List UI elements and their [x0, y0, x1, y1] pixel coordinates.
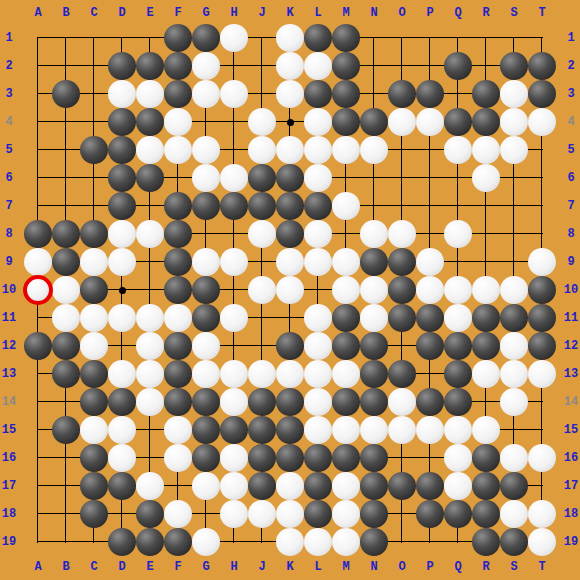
intersection-T19[interactable]: ○: [528, 528, 556, 556]
intersection-E12[interactable]: ○: [136, 332, 164, 360]
intersection-S4[interactable]: ○: [500, 108, 528, 136]
intersection-J14[interactable]: ●: [248, 388, 276, 416]
intersection-H11[interactable]: ○: [220, 304, 248, 332]
intersection-N5[interactable]: ○: [360, 136, 388, 164]
intersection-R6[interactable]: ○: [472, 164, 500, 192]
intersection-J12[interactable]: [248, 332, 276, 360]
intersection-J19[interactable]: [248, 528, 276, 556]
intersection-L15[interactable]: ○: [304, 416, 332, 444]
intersection-M2[interactable]: ●: [332, 52, 360, 80]
intersection-K16[interactable]: ●: [276, 444, 304, 472]
intersection-H1[interactable]: ○: [220, 24, 248, 52]
intersection-A9[interactable]: ○: [24, 248, 52, 276]
intersection-J5[interactable]: ○: [248, 136, 276, 164]
intersection-Q8[interactable]: ○: [444, 220, 472, 248]
intersection-A1[interactable]: [24, 24, 52, 52]
intersection-E19[interactable]: ●: [136, 528, 164, 556]
intersection-H16[interactable]: ○: [220, 444, 248, 472]
intersection-O14[interactable]: ○: [388, 388, 416, 416]
intersection-J13[interactable]: ○: [248, 360, 276, 388]
intersection-D2[interactable]: ●: [108, 52, 136, 80]
intersection-C8[interactable]: ●: [80, 220, 108, 248]
intersection-K9[interactable]: ○: [276, 248, 304, 276]
intersection-D10[interactable]: [108, 276, 136, 304]
intersection-Q12[interactable]: ●: [444, 332, 472, 360]
intersection-R17[interactable]: ●: [472, 472, 500, 500]
intersection-M5[interactable]: ○: [332, 136, 360, 164]
intersection-H2[interactable]: [220, 52, 248, 80]
intersection-S13[interactable]: ○: [500, 360, 528, 388]
intersection-T13[interactable]: ○: [528, 360, 556, 388]
intersection-P1[interactable]: [416, 24, 444, 52]
intersection-E14[interactable]: ○: [136, 388, 164, 416]
intersection-C15[interactable]: ○: [80, 416, 108, 444]
intersection-R2[interactable]: [472, 52, 500, 80]
intersection-Q19[interactable]: [444, 528, 472, 556]
intersection-A17[interactable]: [24, 472, 52, 500]
intersection-F1[interactable]: ●: [164, 24, 192, 52]
intersection-H10[interactable]: [220, 276, 248, 304]
intersection-E15[interactable]: [136, 416, 164, 444]
intersection-J17[interactable]: ●: [248, 472, 276, 500]
intersection-O15[interactable]: ○: [388, 416, 416, 444]
intersection-O7[interactable]: [388, 192, 416, 220]
intersection-D6[interactable]: ●: [108, 164, 136, 192]
intersection-M14[interactable]: ●: [332, 388, 360, 416]
intersection-C3[interactable]: [80, 80, 108, 108]
intersection-B19[interactable]: [52, 528, 80, 556]
intersection-O12[interactable]: [388, 332, 416, 360]
intersection-Q16[interactable]: ○: [444, 444, 472, 472]
intersection-G18[interactable]: [192, 500, 220, 528]
intersection-F17[interactable]: [164, 472, 192, 500]
intersection-P12[interactable]: ●: [416, 332, 444, 360]
intersection-P10[interactable]: ○: [416, 276, 444, 304]
intersection-H9[interactable]: ○: [220, 248, 248, 276]
intersection-J16[interactable]: ●: [248, 444, 276, 472]
intersection-A2[interactable]: [24, 52, 52, 80]
intersection-C14[interactable]: ●: [80, 388, 108, 416]
intersection-J2[interactable]: [248, 52, 276, 80]
intersection-Q15[interactable]: ○: [444, 416, 472, 444]
intersection-E9[interactable]: [136, 248, 164, 276]
intersection-L16[interactable]: ●: [304, 444, 332, 472]
intersection-E3[interactable]: ○: [136, 80, 164, 108]
intersection-H19[interactable]: [220, 528, 248, 556]
intersection-P2[interactable]: [416, 52, 444, 80]
intersection-D7[interactable]: ●: [108, 192, 136, 220]
intersection-J4[interactable]: ○: [248, 108, 276, 136]
intersection-E8[interactable]: ○: [136, 220, 164, 248]
intersection-B14[interactable]: [52, 388, 80, 416]
intersection-A7[interactable]: [24, 192, 52, 220]
intersection-G11[interactable]: ●: [192, 304, 220, 332]
intersection-Q3[interactable]: [444, 80, 472, 108]
intersection-D15[interactable]: ○: [108, 416, 136, 444]
intersection-S12[interactable]: ○: [500, 332, 528, 360]
intersection-O11[interactable]: ●: [388, 304, 416, 332]
intersection-L4[interactable]: ○: [304, 108, 332, 136]
intersection-N15[interactable]: ○: [360, 416, 388, 444]
intersection-P9[interactable]: ○: [416, 248, 444, 276]
intersection-T12[interactable]: ●: [528, 332, 556, 360]
intersection-A18[interactable]: [24, 500, 52, 528]
intersection-C11[interactable]: ○: [80, 304, 108, 332]
intersection-T3[interactable]: ●: [528, 80, 556, 108]
intersection-N3[interactable]: [360, 80, 388, 108]
intersection-L11[interactable]: ○: [304, 304, 332, 332]
intersection-R8[interactable]: [472, 220, 500, 248]
intersection-C12[interactable]: ○: [80, 332, 108, 360]
intersection-M8[interactable]: [332, 220, 360, 248]
intersection-M16[interactable]: ●: [332, 444, 360, 472]
intersection-D18[interactable]: [108, 500, 136, 528]
intersection-K2[interactable]: ○: [276, 52, 304, 80]
intersection-G14[interactable]: ●: [192, 388, 220, 416]
intersection-C2[interactable]: [80, 52, 108, 80]
intersection-K12[interactable]: ●: [276, 332, 304, 360]
intersection-M7[interactable]: ○: [332, 192, 360, 220]
intersection-L1[interactable]: ●: [304, 24, 332, 52]
intersection-S15[interactable]: [500, 416, 528, 444]
intersection-F10[interactable]: ●: [164, 276, 192, 304]
intersection-M4[interactable]: ●: [332, 108, 360, 136]
intersection-N12[interactable]: ●: [360, 332, 388, 360]
intersection-M6[interactable]: [332, 164, 360, 192]
intersection-N1[interactable]: [360, 24, 388, 52]
intersection-L9[interactable]: ○: [304, 248, 332, 276]
intersection-Q13[interactable]: ●: [444, 360, 472, 388]
intersection-L3[interactable]: ●: [304, 80, 332, 108]
intersection-M3[interactable]: ●: [332, 80, 360, 108]
intersection-R12[interactable]: ●: [472, 332, 500, 360]
intersection-G10[interactable]: ●: [192, 276, 220, 304]
intersection-F4[interactable]: ○: [164, 108, 192, 136]
intersection-T7[interactable]: [528, 192, 556, 220]
intersection-T1[interactable]: [528, 24, 556, 52]
intersection-N13[interactable]: ●: [360, 360, 388, 388]
intersection-J1[interactable]: [248, 24, 276, 52]
intersection-O13[interactable]: ●: [388, 360, 416, 388]
intersection-J3[interactable]: [248, 80, 276, 108]
intersection-Q5[interactable]: ○: [444, 136, 472, 164]
intersection-D3[interactable]: ○: [108, 80, 136, 108]
intersection-A14[interactable]: [24, 388, 52, 416]
intersection-G12[interactable]: ○: [192, 332, 220, 360]
intersection-N9[interactable]: ●: [360, 248, 388, 276]
intersection-G1[interactable]: ●: [192, 24, 220, 52]
intersection-B15[interactable]: ●: [52, 416, 80, 444]
intersection-A16[interactable]: [24, 444, 52, 472]
intersection-P8[interactable]: [416, 220, 444, 248]
intersection-J6[interactable]: ●: [248, 164, 276, 192]
intersection-T17[interactable]: [528, 472, 556, 500]
intersection-Q9[interactable]: [444, 248, 472, 276]
intersection-B16[interactable]: [52, 444, 80, 472]
intersection-R3[interactable]: ●: [472, 80, 500, 108]
intersection-N18[interactable]: ●: [360, 500, 388, 528]
intersection-G17[interactable]: ○: [192, 472, 220, 500]
intersection-M18[interactable]: ○: [332, 500, 360, 528]
intersection-K17[interactable]: ○: [276, 472, 304, 500]
intersection-P11[interactable]: ●: [416, 304, 444, 332]
intersection-S16[interactable]: ○: [500, 444, 528, 472]
intersection-R7[interactable]: [472, 192, 500, 220]
intersection-E11[interactable]: ○: [136, 304, 164, 332]
intersection-O19[interactable]: [388, 528, 416, 556]
intersection-S11[interactable]: ●: [500, 304, 528, 332]
intersection-B6[interactable]: [52, 164, 80, 192]
intersection-S6[interactable]: [500, 164, 528, 192]
intersection-J15[interactable]: ●: [248, 416, 276, 444]
intersection-G5[interactable]: ○: [192, 136, 220, 164]
intersection-T5[interactable]: [528, 136, 556, 164]
intersection-O3[interactable]: ●: [388, 80, 416, 108]
intersection-Q6[interactable]: [444, 164, 472, 192]
intersection-P19[interactable]: [416, 528, 444, 556]
intersection-N16[interactable]: ●: [360, 444, 388, 472]
intersection-B1[interactable]: [52, 24, 80, 52]
intersection-R4[interactable]: ●: [472, 108, 500, 136]
intersection-K13[interactable]: ○: [276, 360, 304, 388]
intersection-O16[interactable]: [388, 444, 416, 472]
intersection-M13[interactable]: ○: [332, 360, 360, 388]
intersection-A10[interactable]: ○: [24, 276, 52, 304]
intersection-D5[interactable]: ●: [108, 136, 136, 164]
intersection-N6[interactable]: [360, 164, 388, 192]
intersection-H6[interactable]: ○: [220, 164, 248, 192]
intersection-H5[interactable]: [220, 136, 248, 164]
intersection-C19[interactable]: [80, 528, 108, 556]
intersection-D13[interactable]: ○: [108, 360, 136, 388]
intersection-R10[interactable]: ○: [472, 276, 500, 304]
intersection-F19[interactable]: ●: [164, 528, 192, 556]
intersection-F8[interactable]: ●: [164, 220, 192, 248]
intersection-Q18[interactable]: ●: [444, 500, 472, 528]
intersection-F16[interactable]: ○: [164, 444, 192, 472]
intersection-G16[interactable]: ●: [192, 444, 220, 472]
intersection-F15[interactable]: ○: [164, 416, 192, 444]
intersection-F18[interactable]: ○: [164, 500, 192, 528]
intersection-K5[interactable]: ○: [276, 136, 304, 164]
intersection-L2[interactable]: ○: [304, 52, 332, 80]
intersection-J11[interactable]: [248, 304, 276, 332]
intersection-P17[interactable]: ●: [416, 472, 444, 500]
intersection-C6[interactable]: [80, 164, 108, 192]
intersection-A4[interactable]: [24, 108, 52, 136]
intersection-P14[interactable]: ●: [416, 388, 444, 416]
intersection-C9[interactable]: ○: [80, 248, 108, 276]
intersection-S9[interactable]: [500, 248, 528, 276]
intersection-M15[interactable]: ○: [332, 416, 360, 444]
intersection-T18[interactable]: ○: [528, 500, 556, 528]
intersection-P4[interactable]: ○: [416, 108, 444, 136]
intersection-T8[interactable]: [528, 220, 556, 248]
intersection-H7[interactable]: ●: [220, 192, 248, 220]
intersection-F12[interactable]: ●: [164, 332, 192, 360]
intersection-P5[interactable]: [416, 136, 444, 164]
intersection-C1[interactable]: [80, 24, 108, 52]
intersection-G3[interactable]: ○: [192, 80, 220, 108]
intersection-S2[interactable]: ●: [500, 52, 528, 80]
intersection-A8[interactable]: ●: [24, 220, 52, 248]
intersection-Q7[interactable]: [444, 192, 472, 220]
intersection-T16[interactable]: ○: [528, 444, 556, 472]
intersection-S18[interactable]: ○: [500, 500, 528, 528]
intersection-J8[interactable]: ○: [248, 220, 276, 248]
intersection-Q10[interactable]: ○: [444, 276, 472, 304]
intersection-F3[interactable]: ●: [164, 80, 192, 108]
intersection-K11[interactable]: [276, 304, 304, 332]
intersection-H12[interactable]: [220, 332, 248, 360]
intersection-R18[interactable]: ●: [472, 500, 500, 528]
intersection-G4[interactable]: [192, 108, 220, 136]
intersection-C18[interactable]: ●: [80, 500, 108, 528]
intersection-H13[interactable]: ○: [220, 360, 248, 388]
intersection-O2[interactable]: [388, 52, 416, 80]
intersection-B11[interactable]: ○: [52, 304, 80, 332]
intersection-T15[interactable]: [528, 416, 556, 444]
intersection-J9[interactable]: [248, 248, 276, 276]
intersection-A6[interactable]: [24, 164, 52, 192]
intersection-N2[interactable]: [360, 52, 388, 80]
intersection-H14[interactable]: ○: [220, 388, 248, 416]
intersection-L17[interactable]: ●: [304, 472, 332, 500]
intersection-O5[interactable]: [388, 136, 416, 164]
intersection-O10[interactable]: ●: [388, 276, 416, 304]
intersection-H8[interactable]: [220, 220, 248, 248]
go-board[interactable]: ●●○○●●●●●○○○●●●●●○○●○○○●●●●●○●●●○○○●●○○●…: [24, 24, 556, 556]
intersection-L14[interactable]: ○: [304, 388, 332, 416]
intersection-E7[interactable]: [136, 192, 164, 220]
intersection-T6[interactable]: [528, 164, 556, 192]
intersection-S5[interactable]: ○: [500, 136, 528, 164]
intersection-B10[interactable]: ○: [52, 276, 80, 304]
intersection-J18[interactable]: ○: [248, 500, 276, 528]
intersection-Q11[interactable]: ○: [444, 304, 472, 332]
intersection-D9[interactable]: ○: [108, 248, 136, 276]
intersection-F14[interactable]: ●: [164, 388, 192, 416]
intersection-F6[interactable]: [164, 164, 192, 192]
intersection-T2[interactable]: ●: [528, 52, 556, 80]
intersection-T14[interactable]: [528, 388, 556, 416]
intersection-B13[interactable]: ●: [52, 360, 80, 388]
intersection-H4[interactable]: [220, 108, 248, 136]
intersection-K10[interactable]: ○: [276, 276, 304, 304]
intersection-L5[interactable]: ○: [304, 136, 332, 164]
intersection-E10[interactable]: [136, 276, 164, 304]
intersection-H15[interactable]: ●: [220, 416, 248, 444]
intersection-E6[interactable]: ●: [136, 164, 164, 192]
intersection-Q2[interactable]: ●: [444, 52, 472, 80]
intersection-A13[interactable]: [24, 360, 52, 388]
intersection-M11[interactable]: ●: [332, 304, 360, 332]
intersection-Q14[interactable]: ●: [444, 388, 472, 416]
intersection-G19[interactable]: ○: [192, 528, 220, 556]
intersection-G13[interactable]: ○: [192, 360, 220, 388]
intersection-A12[interactable]: ●: [24, 332, 52, 360]
intersection-B8[interactable]: ●: [52, 220, 80, 248]
intersection-F9[interactable]: ●: [164, 248, 192, 276]
intersection-D17[interactable]: ●: [108, 472, 136, 500]
intersection-B17[interactable]: [52, 472, 80, 500]
intersection-E16[interactable]: [136, 444, 164, 472]
intersection-R9[interactable]: [472, 248, 500, 276]
intersection-K14[interactable]: ●: [276, 388, 304, 416]
intersection-O18[interactable]: [388, 500, 416, 528]
intersection-O8[interactable]: ○: [388, 220, 416, 248]
intersection-S3[interactable]: ○: [500, 80, 528, 108]
intersection-S17[interactable]: ●: [500, 472, 528, 500]
intersection-H3[interactable]: ○: [220, 80, 248, 108]
intersection-S7[interactable]: [500, 192, 528, 220]
intersection-P6[interactable]: [416, 164, 444, 192]
intersection-G15[interactable]: ●: [192, 416, 220, 444]
intersection-R19[interactable]: ●: [472, 528, 500, 556]
intersection-F11[interactable]: ○: [164, 304, 192, 332]
intersection-B12[interactable]: ●: [52, 332, 80, 360]
intersection-O4[interactable]: ○: [388, 108, 416, 136]
intersection-C7[interactable]: [80, 192, 108, 220]
intersection-M9[interactable]: ○: [332, 248, 360, 276]
intersection-N14[interactable]: ●: [360, 388, 388, 416]
intersection-C5[interactable]: ●: [80, 136, 108, 164]
intersection-B18[interactable]: [52, 500, 80, 528]
intersection-K19[interactable]: ○: [276, 528, 304, 556]
intersection-B3[interactable]: ●: [52, 80, 80, 108]
intersection-R1[interactable]: [472, 24, 500, 52]
intersection-H17[interactable]: ○: [220, 472, 248, 500]
intersection-K1[interactable]: ○: [276, 24, 304, 52]
intersection-K18[interactable]: ○: [276, 500, 304, 528]
intersection-D4[interactable]: ●: [108, 108, 136, 136]
intersection-O17[interactable]: ●: [388, 472, 416, 500]
intersection-N7[interactable]: [360, 192, 388, 220]
intersection-S8[interactable]: [500, 220, 528, 248]
intersection-P13[interactable]: [416, 360, 444, 388]
intersection-Q17[interactable]: ○: [444, 472, 472, 500]
intersection-R16[interactable]: ●: [472, 444, 500, 472]
intersection-D16[interactable]: ○: [108, 444, 136, 472]
intersection-N10[interactable]: ○: [360, 276, 388, 304]
intersection-B4[interactable]: [52, 108, 80, 136]
intersection-J10[interactable]: ○: [248, 276, 276, 304]
intersection-L18[interactable]: ●: [304, 500, 332, 528]
intersection-A15[interactable]: [24, 416, 52, 444]
intersection-O1[interactable]: [388, 24, 416, 52]
intersection-R13[interactable]: ○: [472, 360, 500, 388]
intersection-E17[interactable]: ○: [136, 472, 164, 500]
intersection-T10[interactable]: ●: [528, 276, 556, 304]
intersection-P3[interactable]: ●: [416, 80, 444, 108]
intersection-M17[interactable]: ○: [332, 472, 360, 500]
intersection-E13[interactable]: ○: [136, 360, 164, 388]
intersection-G2[interactable]: ○: [192, 52, 220, 80]
intersection-L19[interactable]: ○: [304, 528, 332, 556]
intersection-H18[interactable]: ○: [220, 500, 248, 528]
intersection-J7[interactable]: ●: [248, 192, 276, 220]
intersection-T4[interactable]: ○: [528, 108, 556, 136]
intersection-C17[interactable]: ●: [80, 472, 108, 500]
intersection-G7[interactable]: ●: [192, 192, 220, 220]
intersection-A11[interactable]: [24, 304, 52, 332]
intersection-F7[interactable]: ●: [164, 192, 192, 220]
intersection-G6[interactable]: ○: [192, 164, 220, 192]
intersection-L6[interactable]: ○: [304, 164, 332, 192]
intersection-B5[interactable]: [52, 136, 80, 164]
intersection-O6[interactable]: [388, 164, 416, 192]
intersection-K7[interactable]: ●: [276, 192, 304, 220]
